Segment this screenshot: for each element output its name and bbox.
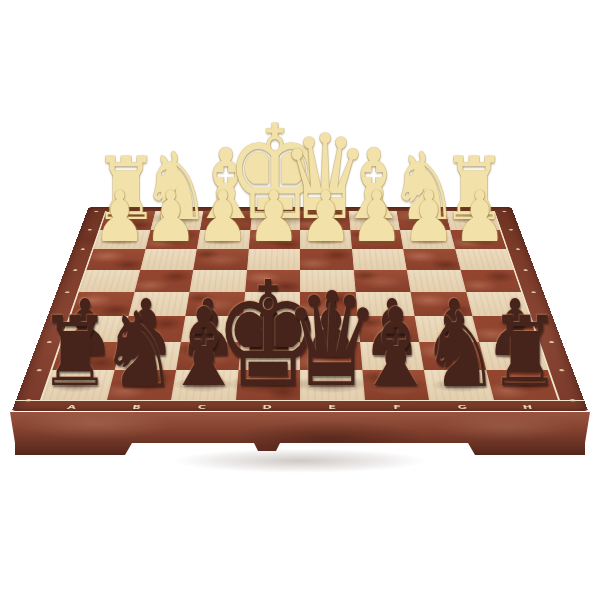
square-g3 [415, 316, 479, 342]
square-c2 [176, 342, 240, 370]
rank-dot [502, 211, 506, 212]
square-a6 [87, 249, 146, 270]
rank-dot [516, 248, 521, 250]
file-label-a: A [66, 404, 78, 410]
square-a8 [100, 211, 155, 229]
file-label-strip: ABCDEFGH [12, 400, 588, 411]
board-cast-shadow [120, 446, 480, 492]
square-c4 [185, 292, 244, 316]
square-e6 [300, 249, 353, 270]
square-e3 [300, 316, 360, 342]
square-g6 [403, 249, 460, 270]
square-g1 [424, 370, 494, 400]
rank-dot [531, 291, 536, 293]
square-f4 [355, 292, 414, 316]
square-e5 [300, 270, 355, 292]
file-label-e: E [328, 404, 337, 410]
file-label-d: D [262, 404, 273, 410]
square-e2 [300, 342, 362, 370]
square-b3 [121, 316, 185, 342]
square-c6 [193, 249, 248, 270]
square-g2 [419, 342, 486, 370]
square-h4 [466, 292, 529, 316]
file-label-c: C [197, 404, 207, 410]
square-g7 [400, 230, 455, 249]
square-a7 [94, 230, 151, 249]
square-b8 [150, 211, 203, 229]
square-e7 [300, 230, 352, 249]
file-label-g: G [457, 404, 469, 410]
square-e8 [300, 211, 350, 229]
rank-dot [540, 315, 545, 317]
chess-set-photo: ABCDEFGH ♜♞♝♚♛♝♞♜♟♟♟♟♟♟♟♟♟♟♟♟♟♟♟♟♜♞♝♚♛♝♞… [0, 0, 600, 600]
square-h3 [472, 316, 538, 342]
square-c8 [200, 211, 251, 229]
square-g8 [397, 211, 450, 229]
square-d1 [236, 370, 301, 400]
square-b4 [128, 292, 189, 316]
square-c7 [197, 230, 250, 249]
rank-dot [549, 341, 554, 343]
square-h5 [460, 270, 521, 292]
square-f7 [350, 230, 403, 249]
square-d3 [240, 316, 300, 342]
file-label-b: B [132, 404, 143, 410]
square-d4 [243, 292, 300, 316]
square-a1 [42, 370, 114, 400]
square-g4 [411, 292, 472, 316]
square-a2 [52, 342, 121, 370]
square-c3 [181, 316, 243, 342]
square-a4 [71, 292, 134, 316]
square-e1 [300, 370, 365, 400]
square-e4 [300, 292, 357, 316]
square-d2 [238, 342, 300, 370]
square-b1 [107, 370, 177, 400]
square-a5 [79, 270, 140, 292]
rank-dot [523, 269, 528, 271]
file-label-h: H [522, 404, 534, 410]
square-h1 [486, 370, 558, 400]
square-h7 [450, 230, 507, 249]
square-h6 [455, 249, 514, 270]
square-f5 [353, 270, 410, 292]
square-f6 [352, 249, 407, 270]
rank-dot [570, 399, 576, 401]
square-h2 [479, 342, 548, 370]
board-grid [42, 211, 558, 400]
file-label-f: F [393, 404, 402, 410]
chess-board: ABCDEFGH [42, 211, 558, 400]
square-b2 [114, 342, 181, 370]
square-f3 [357, 316, 419, 342]
square-h8 [445, 211, 500, 229]
square-a3 [62, 316, 128, 342]
rank-dot [559, 369, 565, 371]
square-g5 [407, 270, 466, 292]
square-d5 [245, 270, 300, 292]
square-b7 [145, 230, 200, 249]
square-f2 [360, 342, 424, 370]
square-c5 [189, 270, 246, 292]
rank-dot [509, 229, 513, 230]
square-d6 [247, 249, 300, 270]
square-f8 [348, 211, 399, 229]
square-f1 [362, 370, 429, 400]
square-b6 [140, 249, 197, 270]
square-b5 [134, 270, 193, 292]
square-d7 [248, 230, 300, 249]
square-c1 [171, 370, 238, 400]
square-d8 [250, 211, 300, 229]
